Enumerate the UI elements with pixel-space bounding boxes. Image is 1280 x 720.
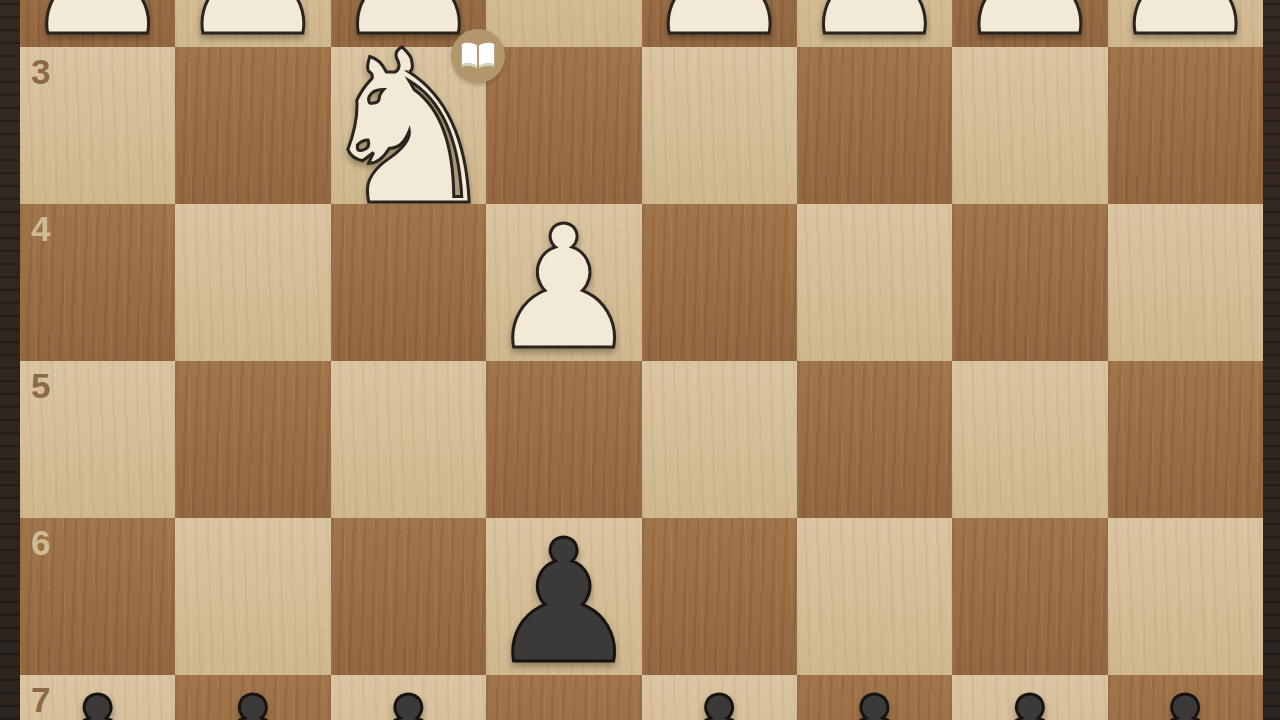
black-pawn-d7[interactable]: ♟ [642,680,797,720]
square-e2[interactable] [486,0,641,47]
white-pawn-b2[interactable]: ♟ [952,0,1107,52]
white-pawn-g2[interactable]: ♟ [175,0,330,52]
square-f4[interactable] [331,204,486,361]
square-a4[interactable] [1108,204,1263,361]
square-h6[interactable]: 6 [20,518,175,675]
square-d4[interactable] [642,204,797,361]
square-h3[interactable]: 3 [20,47,175,204]
square-a6[interactable] [1108,518,1263,675]
square-c2[interactable]: ♟ [797,0,952,47]
square-b3[interactable] [952,47,1107,204]
square-f6[interactable] [331,518,486,675]
black-pawn-f7[interactable]: ♟ [331,680,486,720]
square-h7[interactable]: 7♟ [20,675,175,720]
black-pawn-h7[interactable]: ♟ [20,680,175,720]
square-g6[interactable] [175,518,330,675]
square-g4[interactable] [175,204,330,361]
square-c3[interactable] [797,47,952,204]
white-pawn-e4[interactable]: ♟ [486,209,641,366]
rank-label-4: 4 [31,211,50,246]
square-b4[interactable] [952,204,1107,361]
white-pawn-c2[interactable]: ♟ [797,0,952,52]
square-a3[interactable] [1108,47,1263,204]
square-c6[interactable] [797,518,952,675]
square-d7[interactable]: ♟ [642,675,797,720]
square-g7[interactable]: ♟ [175,675,330,720]
square-h2[interactable]: ♟ [20,0,175,47]
square-a7[interactable]: ♟ [1108,675,1263,720]
square-g2[interactable]: ♟ [175,0,330,47]
square-e4[interactable]: ♟ [486,204,641,361]
square-b6[interactable] [952,518,1107,675]
black-pawn-b7[interactable]: ♟ [952,680,1107,720]
square-b7[interactable]: ♟ [952,675,1107,720]
square-d3[interactable] [642,47,797,204]
black-pawn-e6[interactable]: ♟ [486,523,641,680]
square-e5[interactable] [486,361,641,518]
black-pawn-g7[interactable]: ♟ [175,680,330,720]
square-d5[interactable] [642,361,797,518]
square-d6[interactable] [642,518,797,675]
rank-label-5: 5 [31,368,50,403]
black-pawn-a7[interactable]: ♟ [1108,680,1263,720]
square-b2[interactable]: ♟ [952,0,1107,47]
square-e3[interactable] [486,47,641,204]
square-g5[interactable] [175,361,330,518]
square-a5[interactable] [1108,361,1263,518]
white-pawn-h2[interactable]: ♟ [20,0,175,52]
chess-board-view: ♟♟♟♟♟♟♟3♞4♟56♟7♟♟♟♟♟♟♟ [0,0,1280,720]
square-c7[interactable]: ♟ [797,675,952,720]
square-e6[interactable]: ♟ [486,518,641,675]
square-c5[interactable] [797,361,952,518]
book-move-badge [451,29,505,83]
square-e7[interactable] [486,675,641,720]
square-h4[interactable]: 4 [20,204,175,361]
white-pawn-d2[interactable]: ♟ [642,0,797,52]
square-a2[interactable]: ♟ [1108,0,1263,47]
square-f7[interactable]: ♟ [331,675,486,720]
black-pawn-c7[interactable]: ♟ [797,680,952,720]
white-pawn-a2[interactable]: ♟ [1108,0,1263,52]
square-g3[interactable] [175,47,330,204]
square-c4[interactable] [797,204,952,361]
square-f5[interactable] [331,361,486,518]
rank-label-3: 3 [31,54,50,89]
rank-label-6: 6 [31,525,50,560]
square-d2[interactable]: ♟ [642,0,797,47]
chess-board: ♟♟♟♟♟♟♟3♞4♟56♟7♟♟♟♟♟♟♟ [20,0,1263,720]
square-h5[interactable]: 5 [20,361,175,518]
open-book-icon [459,40,497,72]
square-b5[interactable] [952,361,1107,518]
